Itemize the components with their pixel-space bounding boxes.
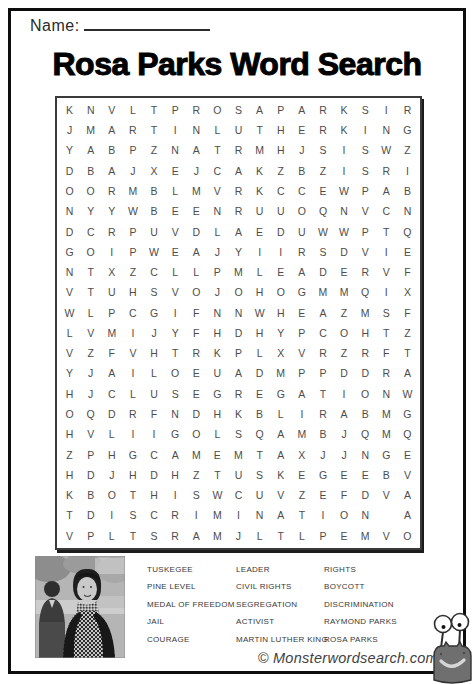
grid-cell-r15c9[interactable]: R: [228, 384, 249, 404]
grid-cell-r13c16[interactable]: F: [376, 343, 397, 363]
grid-cell-r12c13[interactable]: C: [312, 323, 333, 343]
grid-cell-r17c8[interactable]: L: [207, 424, 228, 444]
grid-cell-r9c9[interactable]: M: [228, 262, 249, 282]
grid-cell-r10c5[interactable]: S: [143, 282, 164, 302]
grid-cell-r21c16[interactable]: [376, 505, 397, 525]
grid-cell-r15c10[interactable]: E: [249, 384, 270, 404]
grid-cell-r21c8[interactable]: M: [207, 505, 228, 525]
grid-cell-r20c11[interactable]: V: [270, 485, 291, 505]
grid-cell-r8c13[interactable]: S: [312, 242, 333, 262]
grid-cell-r13c8[interactable]: K: [207, 343, 228, 363]
grid-cell-r1c4[interactable]: L: [122, 100, 143, 120]
grid-cell-r21c9[interactable]: I: [228, 505, 249, 525]
grid-cell-r22c14[interactable]: E: [334, 526, 355, 546]
grid-cell-r22c15[interactable]: M: [355, 526, 376, 546]
grid-cell-r20c17[interactable]: A: [397, 485, 418, 505]
grid-cell-r19c1[interactable]: H: [59, 465, 80, 485]
grid-cell-r14c16[interactable]: R: [376, 364, 397, 384]
grid-cell-r1c8[interactable]: O: [207, 100, 228, 120]
grid-cell-r15c8[interactable]: G: [207, 384, 228, 404]
grid-cell-r17c17[interactable]: Q: [397, 424, 418, 444]
grid-cell-r2c1[interactable]: J: [59, 120, 80, 140]
grid-cell-r12c9[interactable]: D: [228, 323, 249, 343]
grid-cell-r18c3[interactable]: H: [101, 445, 122, 465]
grid-cell-r18c14[interactable]: J: [334, 445, 355, 465]
grid-cell-r1c12[interactable]: A: [291, 100, 312, 120]
grid-cell-r21c4[interactable]: S: [122, 505, 143, 525]
grid-cell-r10c1[interactable]: V: [59, 282, 80, 302]
grid-cell-r12c3[interactable]: M: [101, 323, 122, 343]
grid-cell-r1c3[interactable]: V: [101, 100, 122, 120]
grid-cell-r16c16[interactable]: M: [376, 404, 397, 424]
grid-cell-r18c10[interactable]: T: [249, 445, 270, 465]
grid-cell-r14c3[interactable]: A: [101, 364, 122, 384]
grid-cell-r13c17[interactable]: T: [397, 343, 418, 363]
grid-cell-r21c6[interactable]: R: [165, 505, 186, 525]
grid-cell-r5c6[interactable]: L: [165, 181, 186, 201]
grid-cell-r16c15[interactable]: B: [355, 404, 376, 424]
grid-cell-r8c1[interactable]: G: [59, 242, 80, 262]
grid-cell-r17c12[interactable]: M: [291, 424, 312, 444]
grid-cell-r6c2[interactable]: Y: [80, 201, 101, 221]
grid-cell-r4c9[interactable]: A: [228, 161, 249, 181]
grid-cell-r15c3[interactable]: C: [101, 384, 122, 404]
grid-cell-r4c8[interactable]: C: [207, 161, 228, 181]
grid-cell-r9c13[interactable]: D: [312, 262, 333, 282]
grid-cell-r1c11[interactable]: P: [270, 100, 291, 120]
grid-cell-r9c11[interactable]: E: [270, 262, 291, 282]
grid-cell-r16c17[interactable]: G: [397, 404, 418, 424]
grid-cell-r4c4[interactable]: J: [122, 161, 143, 181]
grid-cell-r16c5[interactable]: F: [143, 404, 164, 424]
grid-cell-r16c8[interactable]: H: [207, 404, 228, 424]
grid-cell-r1c7[interactable]: R: [186, 100, 207, 120]
grid-cell-r1c6[interactable]: P: [165, 100, 186, 120]
grid-cell-r5c5[interactable]: B: [143, 181, 164, 201]
grid-cell-r6c17[interactable]: N: [397, 201, 418, 221]
grid-cell-r22c7[interactable]: A: [186, 526, 207, 546]
grid-cell-r11c9[interactable]: N: [228, 303, 249, 323]
grid-cell-r15c14[interactable]: I: [334, 384, 355, 404]
grid-cell-r2c13[interactable]: R: [312, 120, 333, 140]
grid-cell-r16c4[interactable]: R: [122, 404, 143, 424]
grid-cell-r17c4[interactable]: I: [122, 424, 143, 444]
grid-cell-r22c5[interactable]: S: [143, 526, 164, 546]
grid-cell-r18c15[interactable]: N: [355, 445, 376, 465]
grid-cell-r22c8[interactable]: M: [207, 526, 228, 546]
grid-cell-r12c17[interactable]: Z: [397, 323, 418, 343]
grid-cell-r10c14[interactable]: M: [334, 282, 355, 302]
grid-cell-r10c12[interactable]: G: [291, 282, 312, 302]
grid-cell-r2c17[interactable]: G: [397, 120, 418, 140]
grid-cell-r1c13[interactable]: R: [312, 100, 333, 120]
grid-cell-r15c15[interactable]: O: [355, 384, 376, 404]
grid-cell-r15c5[interactable]: U: [143, 384, 164, 404]
grid-cell-r16c12[interactable]: I: [291, 404, 312, 424]
grid-cell-r17c14[interactable]: J: [334, 424, 355, 444]
grid-cell-r17c15[interactable]: Q: [355, 424, 376, 444]
grid-cell-r6c16[interactable]: C: [376, 201, 397, 221]
grid-cell-r17c10[interactable]: Q: [249, 424, 270, 444]
grid-cell-r22c6[interactable]: R: [165, 526, 186, 546]
grid-cell-r21c14[interactable]: O: [334, 505, 355, 525]
grid-cell-r11c17[interactable]: F: [397, 303, 418, 323]
grid-cell-r5c16[interactable]: A: [376, 181, 397, 201]
grid-cell-r5c15[interactable]: P: [355, 181, 376, 201]
grid-cell-r4c6[interactable]: E: [165, 161, 186, 181]
grid-cell-r12c15[interactable]: H: [355, 323, 376, 343]
grid-cell-r2c2[interactable]: M: [80, 120, 101, 140]
grid-cell-r12c10[interactable]: H: [249, 323, 270, 343]
grid-cell-r6c15[interactable]: V: [355, 201, 376, 221]
grid-cell-r14c13[interactable]: P: [312, 364, 333, 384]
grid-cell-r10c8[interactable]: J: [207, 282, 228, 302]
grid-cell-r9c1[interactable]: N: [59, 262, 80, 282]
grid-cell-r8c9[interactable]: Y: [228, 242, 249, 262]
grid-cell-r19c2[interactable]: D: [80, 465, 101, 485]
grid-cell-r4c11[interactable]: Z: [270, 161, 291, 181]
grid-cell-r2c7[interactable]: N: [186, 120, 207, 140]
grid-cell-r17c7[interactable]: O: [186, 424, 207, 444]
grid-cell-r2c12[interactable]: E: [291, 120, 312, 140]
grid-cell-r16c13[interactable]: R: [312, 404, 333, 424]
grid-cell-r20c13[interactable]: E: [312, 485, 333, 505]
grid-cell-r8c4[interactable]: P: [122, 242, 143, 262]
grid-cell-r3c9[interactable]: R: [228, 141, 249, 161]
grid-cell-r15c16[interactable]: N: [376, 384, 397, 404]
grid-cell-r11c8[interactable]: N: [207, 303, 228, 323]
grid-cell-r20c2[interactable]: B: [80, 485, 101, 505]
grid-cell-r18c2[interactable]: P: [80, 445, 101, 465]
grid-cell-r6c11[interactable]: U: [270, 201, 291, 221]
grid-cell-r10c3[interactable]: U: [101, 282, 122, 302]
grid-cell-r12c11[interactable]: Y: [270, 323, 291, 343]
grid-cell-r7c4[interactable]: P: [122, 222, 143, 242]
grid-cell-r11c5[interactable]: G: [143, 303, 164, 323]
grid-cell-r14c15[interactable]: D: [355, 364, 376, 384]
grid-cell-r14c6[interactable]: O: [165, 364, 186, 384]
grid-cell-r19c13[interactable]: G: [312, 465, 333, 485]
grid-cell-r8c6[interactable]: E: [165, 242, 186, 262]
grid-cell-r11c2[interactable]: L: [80, 303, 101, 323]
grid-cell-r14c11[interactable]: M: [270, 364, 291, 384]
grid-cell-r13c1[interactable]: V: [59, 343, 80, 363]
grid-cell-r15c13[interactable]: T: [312, 384, 333, 404]
grid-cell-r1c15[interactable]: S: [355, 100, 376, 120]
grid-cell-r15c6[interactable]: S: [165, 384, 186, 404]
grid-cell-r6c6[interactable]: E: [165, 201, 186, 221]
grid-cell-r2c5[interactable]: T: [143, 120, 164, 140]
grid-cell-r11c7[interactable]: F: [186, 303, 207, 323]
grid-cell-r5c2[interactable]: O: [80, 181, 101, 201]
grid-cell-r1c1[interactable]: K: [59, 100, 80, 120]
grid-cell-r7c14[interactable]: W: [334, 222, 355, 242]
grid-cell-r9c14[interactable]: E: [334, 262, 355, 282]
grid-cell-r12c7[interactable]: F: [186, 323, 207, 343]
grid-cell-r17c16[interactable]: M: [376, 424, 397, 444]
grid-cell-r21c7[interactable]: I: [186, 505, 207, 525]
grid-cell-r7c2[interactable]: C: [80, 222, 101, 242]
grid-cell-r21c1[interactable]: T: [59, 505, 80, 525]
grid-cell-r9c16[interactable]: V: [376, 262, 397, 282]
grid-cell-r1c10[interactable]: A: [249, 100, 270, 120]
grid-cell-r2c15[interactable]: I: [355, 120, 376, 140]
grid-cell-r5c13[interactable]: E: [312, 181, 333, 201]
grid-cell-r5c3[interactable]: R: [101, 181, 122, 201]
grid-cell-r16c3[interactable]: D: [101, 404, 122, 424]
grid-cell-r3c7[interactable]: A: [186, 141, 207, 161]
grid-cell-r7c6[interactable]: V: [165, 222, 186, 242]
grid-cell-r18c11[interactable]: A: [270, 445, 291, 465]
grid-cell-r10c9[interactable]: O: [228, 282, 249, 302]
grid-cell-r21c15[interactable]: N: [355, 505, 376, 525]
grid-cell-r14c8[interactable]: U: [207, 364, 228, 384]
grid-cell-r3c5[interactable]: Z: [143, 141, 164, 161]
grid-cell-r6c1[interactable]: N: [59, 201, 80, 221]
grid-cell-r10c17[interactable]: X: [397, 282, 418, 302]
grid-cell-r19c7[interactable]: Z: [186, 465, 207, 485]
grid-cell-r3c14[interactable]: I: [334, 141, 355, 161]
grid-cell-r17c6[interactable]: G: [165, 424, 186, 444]
word-search-grid[interactable]: KNVLTPROSAPARKSIRJMARTINLUTHERKINGYABPZN…: [59, 100, 418, 546]
grid-cell-r3c16[interactable]: W: [376, 141, 397, 161]
grid-cell-r14c1[interactable]: Y: [59, 364, 80, 384]
grid-cell-r3c1[interactable]: Y: [59, 141, 80, 161]
grid-cell-r19c11[interactable]: K: [270, 465, 291, 485]
grid-cell-r21c12[interactable]: T: [291, 505, 312, 525]
grid-cell-r21c11[interactable]: A: [270, 505, 291, 525]
grid-cell-r20c10[interactable]: U: [249, 485, 270, 505]
grid-cell-r2c3[interactable]: A: [101, 120, 122, 140]
grid-cell-r21c17[interactable]: A: [397, 505, 418, 525]
grid-cell-r5c8[interactable]: V: [207, 181, 228, 201]
grid-cell-r4c1[interactable]: D: [59, 161, 80, 181]
grid-cell-r19c4[interactable]: H: [122, 465, 143, 485]
grid-cell-r7c5[interactable]: U: [143, 222, 164, 242]
grid-cell-r6c3[interactable]: Y: [101, 201, 122, 221]
grid-cell-r18c13[interactable]: J: [312, 445, 333, 465]
grid-cell-r11c4[interactable]: C: [122, 303, 143, 323]
grid-cell-r2c9[interactable]: U: [228, 120, 249, 140]
grid-cell-r13c9[interactable]: P: [228, 343, 249, 363]
grid-cell-r14c10[interactable]: D: [249, 364, 270, 384]
grid-cell-r12c12[interactable]: P: [291, 323, 312, 343]
grid-cell-r22c2[interactable]: P: [80, 526, 101, 546]
grid-cell-r8c8[interactable]: J: [207, 242, 228, 262]
grid-cell-r4c17[interactable]: I: [397, 161, 418, 181]
grid-cell-r7c10[interactable]: E: [249, 222, 270, 242]
grid-cell-r17c3[interactable]: L: [101, 424, 122, 444]
grid-cell-r20c8[interactable]: W: [207, 485, 228, 505]
grid-cell-r18c5[interactable]: C: [143, 445, 164, 465]
grid-cell-r22c11[interactable]: T: [270, 526, 291, 546]
grid-cell-r7c9[interactable]: A: [228, 222, 249, 242]
grid-cell-r20c9[interactable]: C: [228, 485, 249, 505]
grid-cell-r9c2[interactable]: T: [80, 262, 101, 282]
grid-cell-r11c12[interactable]: E: [291, 303, 312, 323]
grid-cell-r12c8[interactable]: H: [207, 323, 228, 343]
grid-cell-r7c17[interactable]: Q: [397, 222, 418, 242]
grid-cell-r19c6[interactable]: H: [165, 465, 186, 485]
grid-cell-r18c16[interactable]: G: [376, 445, 397, 465]
grid-cell-r18c4[interactable]: G: [122, 445, 143, 465]
grid-cell-r2c4[interactable]: R: [122, 120, 143, 140]
grid-cell-r9c5[interactable]: C: [143, 262, 164, 282]
grid-cell-r14c4[interactable]: I: [122, 364, 143, 384]
grid-cell-r22c4[interactable]: T: [122, 526, 143, 546]
grid-cell-r20c12[interactable]: Z: [291, 485, 312, 505]
grid-cell-r5c10[interactable]: K: [249, 181, 270, 201]
grid-cell-r15c1[interactable]: H: [59, 384, 80, 404]
grid-cell-r22c10[interactable]: L: [249, 526, 270, 546]
grid-cell-r17c1[interactable]: H: [59, 424, 80, 444]
grid-cell-r1c5[interactable]: T: [143, 100, 164, 120]
grid-cell-r13c10[interactable]: L: [249, 343, 270, 363]
grid-cell-r6c14[interactable]: N: [334, 201, 355, 221]
grid-cell-r20c14[interactable]: F: [334, 485, 355, 505]
grid-cell-r14c2[interactable]: J: [80, 364, 101, 384]
grid-cell-r15c4[interactable]: L: [122, 384, 143, 404]
grid-cell-r3c8[interactable]: T: [207, 141, 228, 161]
grid-cell-r9c10[interactable]: L: [249, 262, 270, 282]
grid-cell-r21c3[interactable]: I: [101, 505, 122, 525]
grid-cell-r1c17[interactable]: R: [397, 100, 418, 120]
grid-cell-r6c7[interactable]: E: [186, 201, 207, 221]
grid-cell-r11c1[interactable]: W: [59, 303, 80, 323]
grid-cell-r17c5[interactable]: I: [143, 424, 164, 444]
grid-cell-r16c1[interactable]: O: [59, 404, 80, 424]
grid-cell-r3c3[interactable]: B: [101, 141, 122, 161]
grid-cell-r1c16[interactable]: I: [376, 100, 397, 120]
grid-cell-r13c13[interactable]: R: [312, 343, 333, 363]
grid-cell-r20c1[interactable]: K: [59, 485, 80, 505]
grid-cell-r14c14[interactable]: D: [334, 364, 355, 384]
grid-cell-r4c3[interactable]: A: [101, 161, 122, 181]
grid-cell-r5c4[interactable]: M: [122, 181, 143, 201]
grid-cell-r19c17[interactable]: V: [397, 465, 418, 485]
grid-cell-r2c11[interactable]: H: [270, 120, 291, 140]
grid-cell-r17c2[interactable]: V: [80, 424, 101, 444]
grid-cell-r21c5[interactable]: C: [143, 505, 164, 525]
grid-cell-r8c14[interactable]: D: [334, 242, 355, 262]
grid-cell-r12c14[interactable]: O: [334, 323, 355, 343]
grid-cell-r4c16[interactable]: R: [376, 161, 397, 181]
grid-cell-r12c1[interactable]: L: [59, 323, 80, 343]
name-input-line[interactable]: [84, 28, 210, 31]
grid-cell-r20c3[interactable]: O: [101, 485, 122, 505]
grid-cell-r15c17[interactable]: W: [397, 384, 418, 404]
grid-cell-r7c13[interactable]: W: [312, 222, 333, 242]
grid-cell-r13c12[interactable]: V: [291, 343, 312, 363]
grid-cell-r16c14[interactable]: A: [334, 404, 355, 424]
grid-cell-r7c11[interactable]: D: [270, 222, 291, 242]
grid-cell-r11c3[interactable]: P: [101, 303, 122, 323]
grid-cell-r2c6[interactable]: I: [165, 120, 186, 140]
grid-cell-r8c5[interactable]: W: [143, 242, 164, 262]
grid-cell-r10c7[interactable]: O: [186, 282, 207, 302]
grid-cell-r19c9[interactable]: U: [228, 465, 249, 485]
grid-cell-r3c10[interactable]: M: [249, 141, 270, 161]
grid-cell-r9c12[interactable]: A: [291, 262, 312, 282]
grid-cell-r9c6[interactable]: L: [165, 262, 186, 282]
grid-cell-r20c16[interactable]: V: [376, 485, 397, 505]
grid-cell-r22c17[interactable]: O: [397, 526, 418, 546]
grid-cell-r12c16[interactable]: T: [376, 323, 397, 343]
grid-cell-r4c7[interactable]: J: [186, 161, 207, 181]
grid-cell-r14c5[interactable]: L: [143, 364, 164, 384]
grid-cell-r17c13[interactable]: B: [312, 424, 333, 444]
grid-cell-r19c3[interactable]: J: [101, 465, 122, 485]
grid-cell-r5c7[interactable]: M: [186, 181, 207, 201]
grid-cell-r21c10[interactable]: N: [249, 505, 270, 525]
grid-cell-r18c1[interactable]: Z: [59, 445, 80, 465]
grid-cell-r10c15[interactable]: Q: [355, 282, 376, 302]
grid-cell-r16c11[interactable]: L: [270, 404, 291, 424]
grid-cell-r14c12[interactable]: P: [291, 364, 312, 384]
grid-cell-r1c14[interactable]: K: [334, 100, 355, 120]
grid-cell-r21c13[interactable]: I: [312, 505, 333, 525]
grid-cell-r10c6[interactable]: V: [165, 282, 186, 302]
grid-cell-r8c11[interactable]: I: [270, 242, 291, 262]
grid-cell-r10c11[interactable]: O: [270, 282, 291, 302]
grid-cell-r19c10[interactable]: S: [249, 465, 270, 485]
grid-cell-r19c12[interactable]: E: [291, 465, 312, 485]
grid-cell-r17c9[interactable]: S: [228, 424, 249, 444]
grid-cell-r20c7[interactable]: S: [186, 485, 207, 505]
grid-cell-r8c10[interactable]: I: [249, 242, 270, 262]
grid-cell-r11c15[interactable]: M: [355, 303, 376, 323]
grid-cell-r22c1[interactable]: V: [59, 526, 80, 546]
grid-cell-r4c12[interactable]: B: [291, 161, 312, 181]
grid-cell-r12c5[interactable]: J: [143, 323, 164, 343]
grid-cell-r4c14[interactable]: I: [334, 161, 355, 181]
grid-cell-r5c9[interactable]: R: [228, 181, 249, 201]
grid-cell-r14c17[interactable]: A: [397, 364, 418, 384]
grid-cell-r7c15[interactable]: P: [355, 222, 376, 242]
grid-cell-r2c14[interactable]: K: [334, 120, 355, 140]
grid-cell-r4c13[interactable]: Z: [312, 161, 333, 181]
grid-cell-r22c12[interactable]: L: [291, 526, 312, 546]
grid-cell-r20c4[interactable]: T: [122, 485, 143, 505]
grid-cell-r8c3[interactable]: I: [101, 242, 122, 262]
grid-cell-r21c2[interactable]: D: [80, 505, 101, 525]
grid-cell-r6c9[interactable]: R: [228, 201, 249, 221]
grid-cell-r7c16[interactable]: T: [376, 222, 397, 242]
grid-cell-r7c3[interactable]: R: [101, 222, 122, 242]
grid-cell-r5c1[interactable]: O: [59, 181, 80, 201]
grid-cell-r8c15[interactable]: V: [355, 242, 376, 262]
grid-cell-r2c10[interactable]: T: [249, 120, 270, 140]
grid-cell-r13c2[interactable]: Z: [80, 343, 101, 363]
grid-cell-r19c14[interactable]: E: [334, 465, 355, 485]
grid-cell-r17c11[interactable]: A: [270, 424, 291, 444]
grid-cell-r13c15[interactable]: R: [355, 343, 376, 363]
grid-cell-r19c16[interactable]: B: [376, 465, 397, 485]
grid-cell-r8c7[interactable]: A: [186, 242, 207, 262]
grid-cell-r4c2[interactable]: B: [80, 161, 101, 181]
grid-cell-r12c6[interactable]: Y: [165, 323, 186, 343]
grid-cell-r3c6[interactable]: N: [165, 141, 186, 161]
grid-cell-r6c10[interactable]: U: [249, 201, 270, 221]
grid-cell-r7c7[interactable]: D: [186, 222, 207, 242]
grid-cell-r11c13[interactable]: A: [312, 303, 333, 323]
grid-cell-r18c17[interactable]: E: [397, 445, 418, 465]
grid-cell-r15c2[interactable]: J: [80, 384, 101, 404]
grid-cell-r19c15[interactable]: E: [355, 465, 376, 485]
grid-cell-r11c11[interactable]: H: [270, 303, 291, 323]
grid-cell-r18c12[interactable]: X: [291, 445, 312, 465]
grid-cell-r14c7[interactable]: E: [186, 364, 207, 384]
